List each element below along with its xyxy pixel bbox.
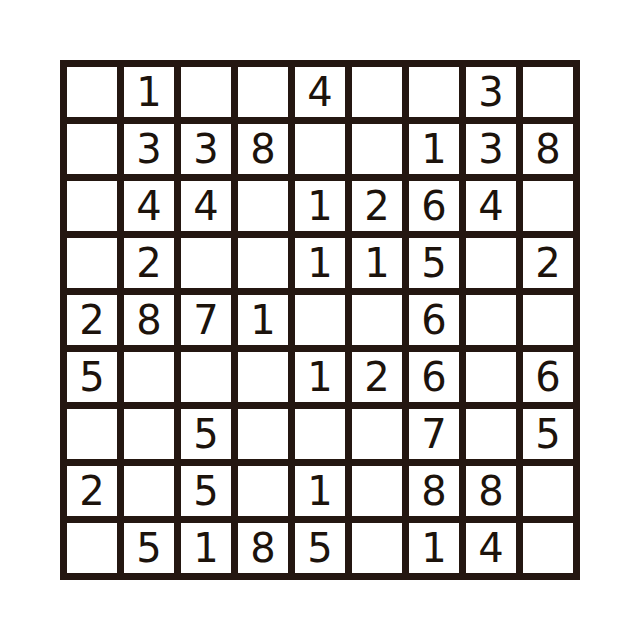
cell-r6c8-empty[interactable] (466, 352, 516, 402)
cell-r1c5-clue: 4 (295, 67, 345, 117)
cell-r4c6-clue: 1 (352, 238, 402, 288)
cell-r5c5-empty[interactable] (295, 295, 345, 345)
cell-r3c7-clue: 6 (409, 181, 459, 231)
cell-r2c2-clue: 3 (124, 124, 174, 174)
puzzle-board: 1433381384412642115228716512665752518851… (60, 60, 580, 580)
cell-r1c7-empty[interactable] (409, 67, 459, 117)
cell-r8c4-empty[interactable] (238, 466, 288, 516)
cell-r9c4-clue: 8 (238, 523, 288, 573)
cell-r1c1-empty[interactable] (67, 67, 117, 117)
cell-r6c1-clue: 5 (67, 352, 117, 402)
cell-r5c9-empty[interactable] (523, 295, 573, 345)
cell-r3c8-clue: 4 (466, 181, 516, 231)
cell-r7c2-empty[interactable] (124, 409, 174, 459)
cell-r3c1-empty[interactable] (67, 181, 117, 231)
cell-r4c4-empty[interactable] (238, 238, 288, 288)
cell-r4c1-empty[interactable] (67, 238, 117, 288)
cell-r3c9-empty[interactable] (523, 181, 573, 231)
cell-r4c7-clue: 5 (409, 238, 459, 288)
cell-r4c5-clue: 1 (295, 238, 345, 288)
cell-r1c3-empty[interactable] (181, 67, 231, 117)
cell-r2c9-clue: 8 (523, 124, 573, 174)
cell-r8c1-clue: 2 (67, 466, 117, 516)
cell-r6c3-empty[interactable] (181, 352, 231, 402)
cell-r7c9-clue: 5 (523, 409, 573, 459)
cell-r2c8-clue: 3 (466, 124, 516, 174)
cell-r7c6-empty[interactable] (352, 409, 402, 459)
cell-r6c9-clue: 6 (523, 352, 573, 402)
cell-r7c4-empty[interactable] (238, 409, 288, 459)
cell-r6c4-empty[interactable] (238, 352, 288, 402)
cell-r1c4-empty[interactable] (238, 67, 288, 117)
cell-r4c2-clue: 2 (124, 238, 174, 288)
cell-r8c3-clue: 5 (181, 466, 231, 516)
cell-r7c1-empty[interactable] (67, 409, 117, 459)
cell-r9c9-empty[interactable] (523, 523, 573, 573)
cell-r7c7-clue: 7 (409, 409, 459, 459)
cell-r9c1-empty[interactable] (67, 523, 117, 573)
cell-r9c2-clue: 5 (124, 523, 174, 573)
cell-r5c3-clue: 7 (181, 295, 231, 345)
cell-r1c2-clue: 1 (124, 67, 174, 117)
cell-r5c7-clue: 6 (409, 295, 459, 345)
cell-r3c3-clue: 4 (181, 181, 231, 231)
cell-r9c7-clue: 1 (409, 523, 459, 573)
cell-r6c6-clue: 2 (352, 352, 402, 402)
cell-r8c5-clue: 1 (295, 466, 345, 516)
cell-r6c2-empty[interactable] (124, 352, 174, 402)
cell-r7c5-empty[interactable] (295, 409, 345, 459)
cell-r2c3-clue: 3 (181, 124, 231, 174)
cell-r3c6-clue: 2 (352, 181, 402, 231)
cell-r5c1-clue: 2 (67, 295, 117, 345)
cell-r3c2-clue: 4 (124, 181, 174, 231)
cell-r9c8-clue: 4 (466, 523, 516, 573)
cell-r8c9-empty[interactable] (523, 466, 573, 516)
cell-r2c6-empty[interactable] (352, 124, 402, 174)
cell-r5c2-clue: 8 (124, 295, 174, 345)
cell-r6c7-clue: 6 (409, 352, 459, 402)
cell-r7c3-clue: 5 (181, 409, 231, 459)
cell-r2c1-empty[interactable] (67, 124, 117, 174)
cell-r2c7-clue: 1 (409, 124, 459, 174)
cell-r1c6-empty[interactable] (352, 67, 402, 117)
cell-r4c3-empty[interactable] (181, 238, 231, 288)
cell-r1c9-empty[interactable] (523, 67, 573, 117)
cell-r6c5-clue: 1 (295, 352, 345, 402)
cell-r8c7-clue: 8 (409, 466, 459, 516)
cell-r9c3-clue: 1 (181, 523, 231, 573)
cell-r5c8-empty[interactable] (466, 295, 516, 345)
cell-r9c5-clue: 5 (295, 523, 345, 573)
cell-r8c2-empty[interactable] (124, 466, 174, 516)
cell-r8c8-clue: 8 (466, 466, 516, 516)
cell-r5c4-clue: 1 (238, 295, 288, 345)
cell-r7c8-empty[interactable] (466, 409, 516, 459)
cell-r3c4-empty[interactable] (238, 181, 288, 231)
cell-r5c6-empty[interactable] (352, 295, 402, 345)
puzzle-page: 1433381384412642115228716512665752518851… (0, 0, 640, 640)
cell-r2c5-empty[interactable] (295, 124, 345, 174)
cell-r9c6-empty[interactable] (352, 523, 402, 573)
cell-r4c8-empty[interactable] (466, 238, 516, 288)
cell-r3c5-clue: 1 (295, 181, 345, 231)
cell-r2c4-clue: 8 (238, 124, 288, 174)
cell-r8c6-empty[interactable] (352, 466, 402, 516)
cell-r1c8-clue: 3 (466, 67, 516, 117)
cell-r4c9-clue: 2 (523, 238, 573, 288)
